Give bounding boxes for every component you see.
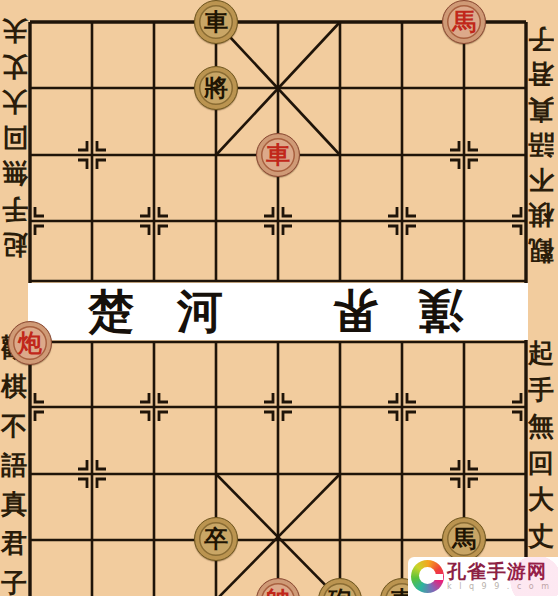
peacock-logo-icon: [411, 560, 444, 593]
piece-black-general[interactable]: 將: [194, 66, 238, 110]
piece-black-chariot[interactable]: 車: [194, 0, 238, 44]
piece-red-general[interactable]: 帥: [256, 578, 300, 596]
site-name: 孔雀手游网: [447, 562, 552, 581]
piece-grid: 車馬將車炮卒馬帥砲車: [0, 0, 557, 596]
piece-red-horse[interactable]: 馬: [442, 0, 486, 44]
piece-red-cannon[interactable]: 炮: [8, 321, 52, 365]
xiangqi-board: 夫丈大回無手起 觀棋不語真君子 子君真語不棋觀 起手無回大丈夫 楚河界漢 車馬將…: [0, 0, 558, 596]
site-logo-link[interactable]: 孔雀手游网 k l q 9 9 . c o m: [408, 557, 558, 596]
piece-red-chariot[interactable]: 車: [256, 133, 300, 177]
site-domain: k l q 9 9 . c o m: [447, 583, 552, 591]
piece-black-soldier[interactable]: 卒: [194, 517, 238, 561]
piece-black-horse[interactable]: 馬: [442, 517, 486, 561]
piece-black-cannon[interactable]: 砲: [318, 578, 362, 596]
logo-text-block: 孔雀手游网 k l q 9 9 . c o m: [447, 562, 552, 591]
